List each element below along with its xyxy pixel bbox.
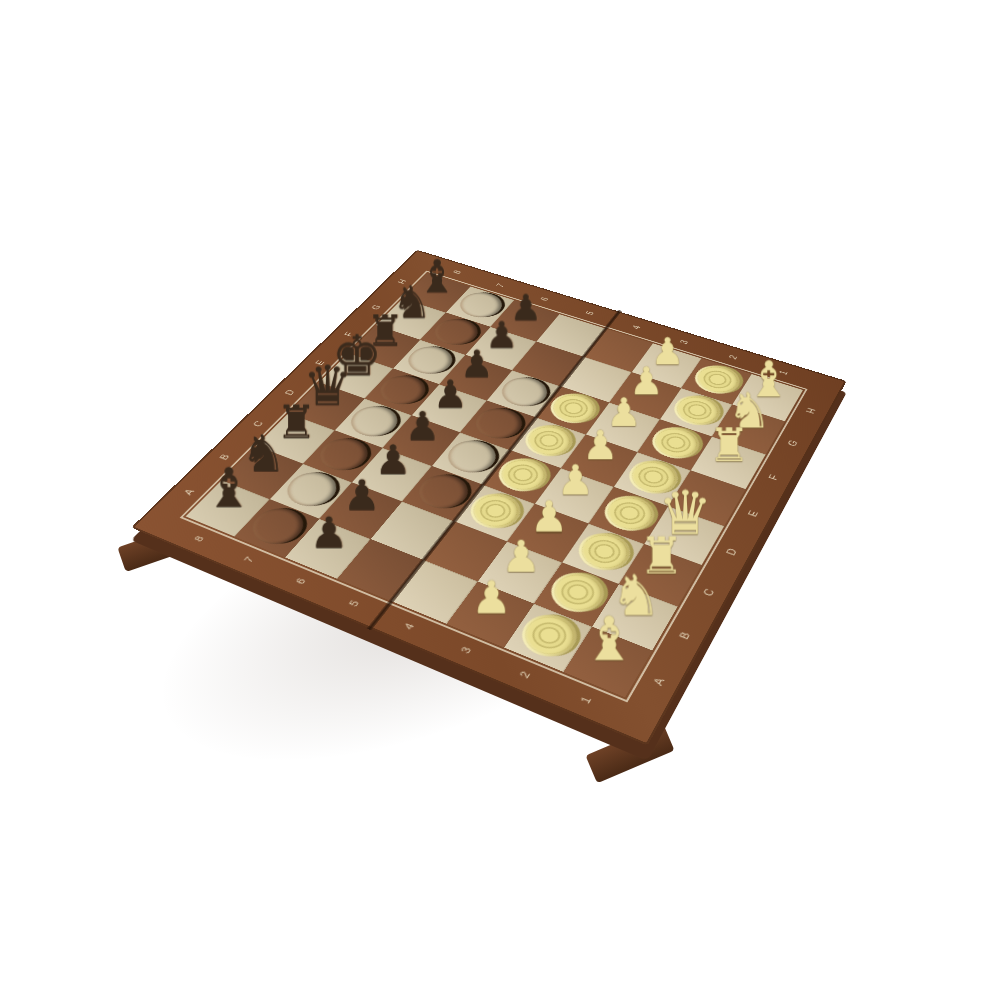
- cream-checker[interactable]: [596, 490, 662, 537]
- board-face: ABCDEFGH8♝♞♜♛♚♜♞♝8776♟♟♟♟♟♟♟♟655443♟♟♟♟♟…: [131, 250, 846, 746]
- folding-chessboard: ABCDEFGH8♝♞♜♛♚♜♞♝8776♟♟♟♟♟♟♟♟655443♟♟♟♟♟…: [131, 250, 846, 746]
- product-photo: ABCDEFGH8♝♞♜♛♚♜♞♝8776♟♟♟♟♟♟♟♟655443♟♟♟♟♟…: [0, 0, 1000, 1000]
- cream-checker[interactable]: [667, 391, 727, 431]
- cream-checker[interactable]: [688, 361, 746, 399]
- cream-checker[interactable]: [621, 455, 684, 499]
- chessboard-scene: ABCDEFGH8♝♞♜♛♚♜♞♝8776♟♟♟♟♟♟♟♟655443♟♟♟♟♟…: [0, 0, 1000, 1000]
